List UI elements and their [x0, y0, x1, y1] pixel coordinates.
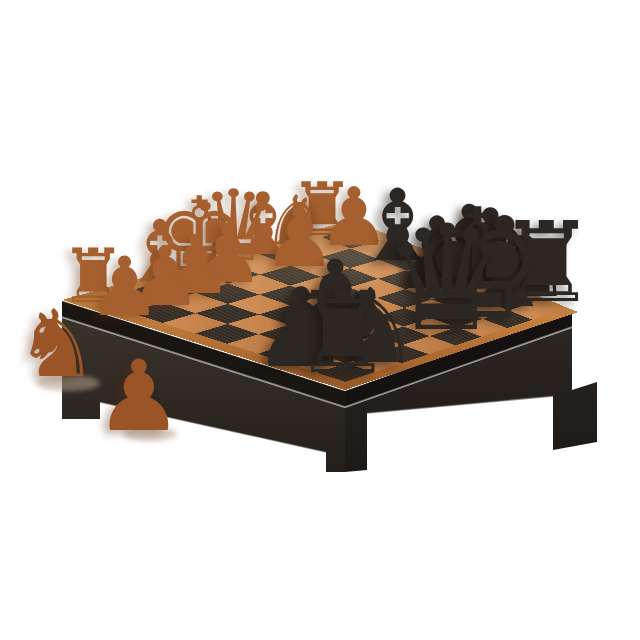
captured-white-pawn[interactable]: ♟ — [95, 347, 183, 445]
piece-white-pawn-a2[interactable]: ♟ — [88, 246, 161, 328]
chess-set-photo: ♜♟♟♝♟♚♟♛♝♟♞♜♟♝♟♟♟♟♟♛♚♝♞♜♞♜♞♟ — [0, 0, 640, 640]
captured-white-knight[interactable]: ♞ — [15, 298, 98, 391]
piece-black-rook-a8[interactable]: ♜ — [292, 279, 393, 391]
